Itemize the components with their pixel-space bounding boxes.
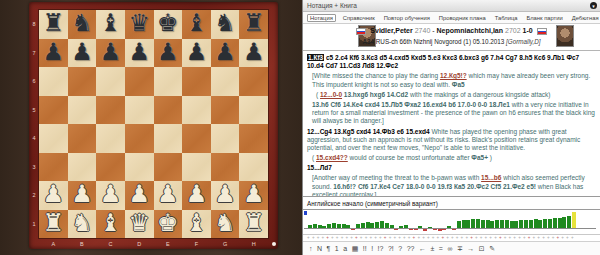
piece-white-king: ♚ xyxy=(157,211,179,235)
eval-bar xyxy=(562,217,566,228)
file-labels: ABCDEFGH xyxy=(39,239,268,249)
white-elo: 2740 xyxy=(415,27,431,34)
piece-black-bishop: ♝ xyxy=(186,11,208,35)
tab-reference[interactable]: Справочник xyxy=(341,15,377,21)
square-g4[interactable] xyxy=(211,124,240,153)
rank-label-5: 5 xyxy=(29,96,39,125)
piece-white-pawn: ♟ xyxy=(243,182,265,206)
tab-openings-book[interactable]: Дебютная книга xyxy=(570,15,600,21)
eval-bar xyxy=(322,226,326,228)
square-d3[interactable] xyxy=(125,153,154,182)
eval-bar xyxy=(399,226,403,228)
square-h1[interactable]: ♜ xyxy=(239,210,268,239)
eval-bar xyxy=(572,212,576,228)
profile-start-marker xyxy=(304,211,307,215)
board-background: 87654321 ♜♞♝♛♚♝♞♜♟♟♟♟♟♟♟♟♟♟♟♟♟♟♟♟♜♞♝♛♚♝♞… xyxy=(0,0,302,255)
square-c3[interactable] xyxy=(96,153,125,182)
square-e3[interactable] xyxy=(154,153,183,182)
move-notation: 1.Кf3 c5 2.c4 Кf6 3.Кc3 d5 4.cxd5 Кxd5 5… xyxy=(303,51,600,196)
eval-bar xyxy=(428,227,432,228)
square-e8[interactable]: ♚ xyxy=(154,10,183,39)
eval-bar xyxy=(332,223,336,228)
move-link[interactable]: 15...b6 xyxy=(481,174,501,181)
square-f8[interactable]: ♝ xyxy=(182,10,211,39)
square-c4[interactable] xyxy=(96,124,125,153)
piece-black-knight: ♞ xyxy=(71,11,93,35)
minus-plus-icon[interactable]: ∓ xyxy=(457,245,463,252)
square-a8[interactable]: ♜ xyxy=(39,10,68,39)
notation-paragraph: ( 15.cxd4?? would of course be most unfo… xyxy=(312,154,596,162)
square-d7[interactable]: ♟ xyxy=(125,39,154,68)
move-link[interactable]: 12...0-0 xyxy=(320,91,342,98)
comment-text: ) xyxy=(488,154,492,161)
square-g7[interactable]: ♟ xyxy=(211,39,240,68)
players-line: Svidler,Peter 2740 - Nepomniachtchi,Ian … xyxy=(303,27,600,35)
comment-text: [White missed the chance to play the dar… xyxy=(312,72,440,79)
eval-bar xyxy=(356,224,360,228)
square-d8[interactable]: ♛ xyxy=(125,10,154,39)
piece-white-pawn: ♟ xyxy=(100,182,122,206)
eval-bar xyxy=(510,221,514,228)
pilcrow-icon[interactable]: ¶ xyxy=(327,245,331,252)
comment-text: with the makings of a dangerous kingside… xyxy=(408,91,550,98)
piece-black-pawn: ♟ xyxy=(243,40,265,64)
eco-code: A34 xyxy=(362,38,374,45)
eval-bar xyxy=(318,225,322,228)
square-b5[interactable] xyxy=(68,96,97,125)
eval-bar xyxy=(514,221,518,228)
variation-moves[interactable]: 13.hxg6 hxg6 14.Сd2 xyxy=(342,91,408,98)
piece-black-queen: ♛ xyxy=(128,11,150,35)
eval-bar xyxy=(500,220,504,228)
notation-paragraph: [Another way of meeting the threat to th… xyxy=(312,174,596,196)
mistake-icon[interactable]: ? xyxy=(398,245,402,252)
eval-bar xyxy=(558,218,562,228)
annotation-toolbar: ↑N¶1a▦!!!!??!???←±=∞∓→⊡✎ xyxy=(303,241,600,255)
arrow-right-icon[interactable]: → xyxy=(467,245,474,252)
notation-paragraph: [White missed the chance to play the dar… xyxy=(312,72,596,88)
variation-moves[interactable]: Фa5 xyxy=(452,81,465,88)
diagram-icon[interactable]: ⊡ xyxy=(479,245,485,252)
square-a5[interactable] xyxy=(39,96,68,125)
black-elo: 2702 xyxy=(505,27,521,34)
board-corner-dot xyxy=(272,242,276,246)
rank-label-1: 1 xyxy=(29,210,39,239)
square-d5[interactable] xyxy=(125,96,154,125)
white-flag-icon xyxy=(356,28,366,35)
square-f3[interactable] xyxy=(182,153,211,182)
eval-bar xyxy=(375,222,379,228)
file-label-g: G xyxy=(211,239,240,249)
eval-bar xyxy=(457,221,461,228)
square-h2[interactable]: ♟ xyxy=(239,181,268,210)
notation-paragraph: 12...Сg4 13.Кg5 cxd4 14.Фb3 e6 15.exd4 W… xyxy=(307,128,596,153)
eval-bar xyxy=(385,223,389,228)
piece-white-pawn: ♟ xyxy=(214,182,236,206)
square-e2[interactable]: ♟ xyxy=(154,181,183,210)
piece-black-rook: ♜ xyxy=(43,11,65,35)
eval-bar xyxy=(308,225,312,228)
rank-label-3: 3 xyxy=(29,153,39,182)
eval-bar xyxy=(366,222,370,228)
eval-bar xyxy=(553,218,557,228)
move-tick: + xyxy=(570,236,575,241)
piece-white-pawn: ♟ xyxy=(128,182,150,206)
one-icon[interactable]: 1 xyxy=(335,245,339,252)
square-e5[interactable] xyxy=(154,96,183,125)
square-g1[interactable]: ♞ xyxy=(211,210,240,239)
eval-bar xyxy=(346,225,350,228)
square-h4[interactable] xyxy=(239,124,268,153)
eval-bar xyxy=(414,229,418,230)
file-label-f: F xyxy=(182,239,211,249)
rank-label-6: 6 xyxy=(29,67,39,96)
eval-bar xyxy=(495,220,499,228)
square-c8[interactable]: ♝ xyxy=(96,10,125,39)
piece-black-pawn: ♟ xyxy=(100,40,122,64)
piece-white-pawn: ♟ xyxy=(71,182,93,206)
opening-name-bar: Английское начало (симметричный вариант) xyxy=(303,196,600,210)
square-c2[interactable]: ♟ xyxy=(96,181,125,210)
eval-bar xyxy=(327,224,331,228)
square-h8[interactable]: ♜ xyxy=(239,10,268,39)
square-d6[interactable] xyxy=(125,67,154,96)
eval-bar xyxy=(418,226,422,228)
unclear-icon[interactable]: ∞ xyxy=(447,245,452,252)
piece-black-bishop: ♝ xyxy=(100,11,122,35)
file-label-e: E xyxy=(154,239,183,249)
tab-training[interactable]: Повтор обучения xyxy=(382,15,432,21)
eval-bar xyxy=(380,221,384,228)
eval-bar xyxy=(481,220,485,228)
square-d1[interactable]: ♛ xyxy=(125,210,154,239)
square-e7[interactable]: ♟ xyxy=(154,39,183,68)
comment-text: would of course be most unfortunate afte… xyxy=(348,154,472,161)
square-b6[interactable] xyxy=(68,67,97,96)
square-d4[interactable] xyxy=(125,124,154,153)
eval-bar xyxy=(534,219,538,228)
square-f5[interactable] xyxy=(182,96,211,125)
square-h3[interactable] xyxy=(239,153,268,182)
file-label-b: B xyxy=(68,239,97,249)
eval-bar xyxy=(567,216,571,228)
eval-bar xyxy=(476,219,480,228)
eval-bar xyxy=(452,229,456,230)
eval-bar xyxy=(409,229,413,230)
square-c6[interactable] xyxy=(96,67,125,96)
square-e4[interactable] xyxy=(154,124,183,153)
exclam-icon[interactable]: ! xyxy=(371,245,373,252)
eval-bar xyxy=(390,225,394,228)
blunder-icon[interactable]: ?? xyxy=(407,245,415,252)
square-b2[interactable]: ♟ xyxy=(68,181,97,210)
eval-bar xyxy=(342,224,346,228)
square-b7[interactable]: ♟ xyxy=(68,39,97,68)
panel-title: Нотация + Книга xyxy=(307,2,357,9)
eval-bar xyxy=(462,220,466,228)
chess-board: 87654321 ♜♞♝♛♚♝♞♜♟♟♟♟♟♟♟♟♟♟♟♟♟♟♟♟♜♞♝♛♚♝♞… xyxy=(29,2,278,249)
comment-text: [Another way of meeting the threat to th… xyxy=(312,174,481,181)
tab-scoresheet[interactable]: Бланк партии xyxy=(524,15,564,21)
eval-bar xyxy=(505,220,509,228)
eval-bar xyxy=(519,220,523,228)
piece-black-pawn: ♟ xyxy=(128,40,150,64)
interesting-icon[interactable]: !? xyxy=(378,245,384,252)
square-f1[interactable]: ♝ xyxy=(182,210,211,239)
eval-bar xyxy=(538,220,542,228)
white-name: Svidler,Peter xyxy=(370,27,412,34)
square-a1[interactable]: ♜ xyxy=(39,210,68,239)
square-b4[interactable] xyxy=(68,124,97,153)
square-g6[interactable] xyxy=(211,67,240,96)
eval-bar xyxy=(337,224,341,228)
eval-bar xyxy=(490,221,494,228)
current-move[interactable]: 1.Кf3 xyxy=(307,54,324,61)
file-label-h: H xyxy=(239,239,268,249)
a-icon[interactable]: a xyxy=(343,245,347,252)
square-a3[interactable] xyxy=(39,153,68,182)
variation-moves[interactable]: Фa5+ xyxy=(471,154,488,161)
panel-tabs: НотацияСправочникПовтор обученияПроводни… xyxy=(303,12,600,24)
pencil-icon[interactable]: ✎ xyxy=(489,245,495,252)
board-grid[interactable]: ♜♞♝♛♚♝♞♜♟♟♟♟♟♟♟♟♟♟♟♟♟♟♟♟♜♞♝♛♚♝♞♜ xyxy=(39,10,268,238)
square-d2[interactable]: ♟ xyxy=(125,181,154,210)
eval-bar xyxy=(351,229,355,230)
eval-bar xyxy=(313,224,317,228)
square-b3[interactable] xyxy=(68,153,97,182)
square-h6[interactable] xyxy=(239,67,268,96)
medal-icon[interactable]: ▦ xyxy=(352,245,359,252)
square-a4[interactable] xyxy=(39,124,68,153)
dubious-icon[interactable]: ?! xyxy=(388,245,394,252)
event-line: A34 RUS-ch 66th Nizhnij Novgorod (1) 05.… xyxy=(303,38,600,45)
square-h5[interactable] xyxy=(239,96,268,125)
rank-label-8: 8 xyxy=(29,10,39,39)
eval-bar xyxy=(466,220,470,228)
eval-bar xyxy=(404,225,408,228)
arrow-left-icon[interactable]: ← xyxy=(419,245,426,252)
black-flag-icon xyxy=(537,28,547,35)
file-label-d: D xyxy=(125,239,154,249)
names-separator: - xyxy=(432,27,434,34)
novelty-icon[interactable]: N xyxy=(317,245,322,252)
square-c1[interactable]: ♝ xyxy=(96,210,125,239)
tab-table[interactable]: Таблица xyxy=(493,15,520,21)
mainline-moves[interactable]: c5 2.c4 Кf6 3.Кc3 d5 4.cxd5 Кxd5 5.e3 Кx… xyxy=(307,54,579,69)
eval-bar xyxy=(361,223,365,228)
rank-label-7: 7 xyxy=(29,39,39,68)
piece-black-pawn: ♟ xyxy=(71,40,93,64)
piece-white-knight: ♞ xyxy=(71,211,93,235)
square-e1[interactable]: ♚ xyxy=(154,210,183,239)
tab-plan-explorer[interactable]: Проводник плана xyxy=(437,15,488,21)
square-f4[interactable] xyxy=(182,124,211,153)
eval-bar xyxy=(433,229,437,230)
piece-white-pawn: ♟ xyxy=(43,182,65,206)
square-a6[interactable] xyxy=(39,67,68,96)
eval-bar xyxy=(442,229,446,230)
arrow-up-icon[interactable]: ↑ xyxy=(309,245,313,252)
profile-baseline xyxy=(304,228,596,229)
piece-white-bishop: ♝ xyxy=(186,211,208,235)
piece-white-rook: ♜ xyxy=(43,211,65,235)
mainline-moves[interactable]: 15...Лd7 xyxy=(307,164,332,171)
game-result: 1-0 xyxy=(523,27,533,34)
square-f7[interactable]: ♟ xyxy=(182,39,211,68)
equal-icon[interactable]: = xyxy=(439,245,443,252)
notation-paragraph: ( 12...0-0 13.hxg6 hxg6 14.Сd2 with the … xyxy=(316,91,596,99)
panel-menu-icon[interactable]: ▾ xyxy=(590,2,597,9)
square-a7[interactable]: ♟ xyxy=(39,39,68,68)
mainline-moves[interactable]: 12...Сg4 13.Кg5 cxd4 14.Фb3 e6 15.exd4 xyxy=(307,128,430,135)
variation-moves[interactable]: 16.h6!? Сf6 17.Кe4 Сe7 18.0-0 0-0 19.f3 … xyxy=(333,183,536,190)
square-a2[interactable]: ♟ xyxy=(39,181,68,210)
square-f6[interactable] xyxy=(182,67,211,96)
piece-black-knight: ♞ xyxy=(214,11,236,35)
evaluation-profile[interactable] xyxy=(303,210,600,235)
plus-minus-icon[interactable]: ± xyxy=(431,245,435,252)
piece-black-pawn: ♟ xyxy=(186,40,208,64)
eval-bar xyxy=(394,229,398,230)
panel-titlebar: Нотация + Книга ▾ xyxy=(303,0,600,12)
square-g8[interactable]: ♞ xyxy=(211,10,240,39)
black-name: Nepomniachtchi,Ian xyxy=(437,27,504,34)
variation-moves[interactable]: 13.h6 Сf6 14.Кe4 cxd4 15.Лb5 Фxa2 16.exd… xyxy=(312,101,510,108)
square-g3[interactable] xyxy=(211,153,240,182)
piece-black-rook: ♜ xyxy=(243,11,265,35)
eval-bar xyxy=(543,219,547,228)
piece-black-pawn: ♟ xyxy=(43,40,65,64)
eval-bar xyxy=(486,220,490,228)
notation-paragraph: 1.Кf3 c5 2.c4 Кf6 3.Кc3 d5 4.cxd5 Кxd5 5… xyxy=(307,54,596,70)
eval-bar xyxy=(471,219,475,228)
eval-bar xyxy=(548,219,552,228)
opening-name: Английское начало (симметричный вариант) xyxy=(307,200,438,207)
annotator: [Gormally,D] xyxy=(506,38,541,45)
piece-white-bishop: ♝ xyxy=(100,211,122,235)
square-h7[interactable]: ♟ xyxy=(239,39,268,68)
notation-paragraph: 15...Лd7 xyxy=(307,164,596,172)
move-link[interactable]: 15.cxd4?? xyxy=(316,154,348,161)
piece-black-pawn: ♟ xyxy=(157,40,179,64)
notation-panel: Нотация + Книга ▾ НотацияСправочникПовто… xyxy=(302,0,600,255)
eval-bar xyxy=(438,229,442,231)
rank-label-4: 4 xyxy=(29,124,39,153)
tab-notation[interactable]: Нотация xyxy=(307,14,336,22)
square-g2[interactable]: ♟ xyxy=(211,181,240,210)
square-f2[interactable]: ♟ xyxy=(182,181,211,210)
piece-white-rook: ♜ xyxy=(243,211,265,235)
piece-white-pawn: ♟ xyxy=(157,182,179,206)
game-header: Svidler,Peter 2740 - Nepomniachtchi,Ian … xyxy=(303,24,600,51)
piece-white-pawn: ♟ xyxy=(186,182,208,206)
event-name: RUS-ch 66th Nizhnij Novgorod (1) 05.10.2… xyxy=(376,38,504,45)
file-label-a: A xyxy=(39,239,68,249)
piece-black-pawn: ♟ xyxy=(214,40,236,64)
eval-bar xyxy=(423,229,427,231)
square-b1[interactable]: ♞ xyxy=(68,210,97,239)
square-c7[interactable]: ♟ xyxy=(96,39,125,68)
piece-white-queen: ♛ xyxy=(128,211,150,235)
eval-bar xyxy=(447,226,451,228)
square-b8[interactable]: ♞ xyxy=(68,10,97,39)
piece-white-knight: ♞ xyxy=(214,211,236,235)
square-e6[interactable] xyxy=(154,67,183,96)
eval-bar xyxy=(370,223,374,228)
double-exclam-icon[interactable]: !! xyxy=(363,245,367,252)
piece-black-king: ♚ xyxy=(157,11,179,35)
square-c5[interactable] xyxy=(96,96,125,125)
rank-labels: 87654321 xyxy=(29,10,39,238)
square-g5[interactable] xyxy=(211,96,240,125)
eval-bar xyxy=(529,220,533,228)
eval-bar xyxy=(524,220,528,228)
file-label-c: C xyxy=(96,239,125,249)
move-link[interactable]: 12.Кg5!? xyxy=(440,72,467,79)
rank-label-2: 2 xyxy=(29,181,39,210)
notation-paragraph: 13.h6 Сf6 14.Кe4 cxd4 15.Лb5 Фxa2 16.exd… xyxy=(312,101,596,126)
